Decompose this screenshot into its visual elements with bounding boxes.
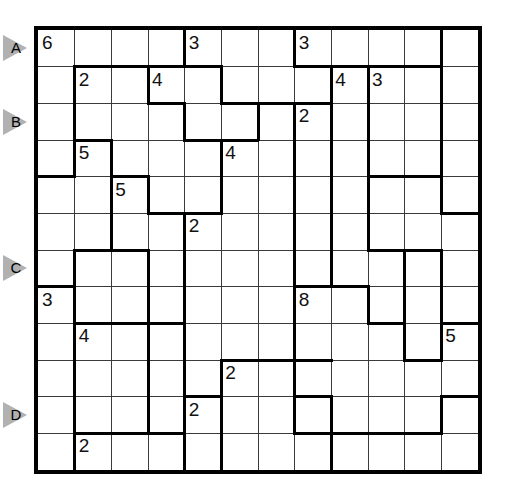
cell-r9c1[interactable]	[38, 323, 75, 360]
cell-r2c12[interactable]	[441, 67, 478, 104]
region-border-vertical	[147, 285, 150, 325]
region-border-vertical	[293, 102, 296, 142]
cell-r5c4[interactable]	[148, 177, 185, 214]
cell-r1c2[interactable]	[75, 30, 112, 67]
cell-r11c12[interactable]	[441, 397, 478, 434]
region-border-vertical	[440, 65, 443, 105]
cell-r1c12[interactable]	[441, 30, 478, 67]
region-border-horizontal	[147, 432, 187, 435]
region-border-vertical	[293, 395, 296, 435]
region-border-vertical	[147, 322, 150, 362]
region-border-horizontal	[367, 175, 407, 178]
cell-r4c7[interactable]	[258, 140, 295, 177]
cell-r6c2[interactable]	[75, 213, 112, 250]
cell-r5c1[interactable]	[38, 177, 75, 214]
cell-r8c6[interactable]	[221, 287, 258, 324]
region-border-vertical	[293, 285, 296, 325]
region-border-vertical	[220, 359, 223, 399]
cell-r3c7[interactable]	[258, 103, 295, 140]
cell-r10c10[interactable]	[368, 360, 405, 397]
cell-r8c4[interactable]	[148, 287, 185, 324]
cell-r2c3[interactable]	[111, 67, 148, 104]
region-border-horizontal	[110, 249, 150, 252]
cell-r4c9[interactable]	[331, 140, 368, 177]
cell-r11c10[interactable]	[368, 397, 405, 434]
cell-r8c12[interactable]	[441, 287, 478, 324]
cell-r9c11[interactable]	[405, 323, 442, 360]
cell-r2c1[interactable]	[38, 67, 75, 104]
cell-r6c9[interactable]	[331, 213, 368, 250]
cell-r12c1[interactable]	[38, 433, 75, 470]
cell-r2c5[interactable]	[185, 67, 222, 104]
cell-r11c1[interactable]	[38, 397, 75, 434]
region-border-vertical	[330, 175, 333, 215]
region-border-vertical	[403, 322, 406, 362]
region-border-vertical	[367, 285, 370, 325]
region-border-vertical	[330, 102, 333, 142]
region-border-vertical	[440, 139, 443, 179]
region-border-horizontal	[183, 139, 223, 142]
cell-r3c11[interactable]	[405, 103, 442, 140]
cell-r3c6[interactable]	[221, 103, 258, 140]
cell-r1c11[interactable]	[405, 30, 442, 67]
cell-r10c9[interactable]	[331, 360, 368, 397]
cell-r1c10[interactable]	[368, 30, 405, 67]
cell-r5c10[interactable]	[368, 177, 405, 214]
region-border-vertical	[220, 139, 223, 179]
clue-digit-r1c5: 3	[189, 32, 200, 53]
region-border-vertical	[403, 249, 406, 289]
grid-line-horizontal	[38, 396, 478, 397]
region-border-horizontal	[403, 359, 443, 362]
row-marker-label: D	[8, 402, 24, 428]
region-border-horizontal	[110, 432, 150, 435]
cell-r6c10[interactable]	[368, 213, 405, 250]
clue-digit-r2c2: 2	[79, 69, 90, 90]
region-border-horizontal	[183, 65, 223, 68]
region-border-vertical	[110, 139, 113, 179]
row-marker-A: A	[3, 35, 33, 61]
clue-digit-r2c4: 4	[152, 69, 163, 90]
cell-r10c7[interactable]	[258, 360, 295, 397]
clue-digit-r12c2: 2	[79, 435, 90, 456]
region-border-horizontal	[257, 359, 297, 362]
cell-r1c7[interactable]	[258, 30, 295, 67]
cell-r5c11[interactable]	[405, 177, 442, 214]
cell-r11c4[interactable]	[148, 397, 185, 434]
region-border-vertical	[73, 65, 76, 105]
region-border-vertical	[440, 29, 443, 69]
cell-r6c4[interactable]	[148, 213, 185, 250]
region-border-horizontal	[147, 102, 187, 105]
region-border-vertical	[183, 249, 186, 289]
clue-digit-r5c3: 5	[115, 179, 126, 200]
cell-r4c3[interactable]	[111, 140, 148, 177]
region-border-vertical	[293, 29, 296, 69]
region-border-vertical	[73, 432, 76, 472]
region-border-vertical	[183, 212, 186, 252]
cell-r4c10[interactable]	[368, 140, 405, 177]
region-border-horizontal	[403, 65, 443, 68]
cell-r1c6[interactable]	[221, 30, 258, 67]
region-border-vertical	[183, 102, 186, 142]
cell-r7c6[interactable]	[221, 250, 258, 287]
region-border-horizontal	[110, 65, 150, 68]
cell-r9c8[interactable]	[295, 323, 332, 360]
cell-r3c10[interactable]	[368, 103, 405, 140]
region-border-vertical	[147, 249, 150, 289]
region-border-horizontal	[367, 249, 407, 252]
clue-digit-r4c2: 5	[79, 142, 90, 163]
cell-r6c6[interactable]	[221, 213, 258, 250]
cell-r3c3[interactable]	[111, 103, 148, 140]
cell-r7c12[interactable]	[441, 250, 478, 287]
cell-r8c10[interactable]	[368, 287, 405, 324]
cell-r11c9[interactable]	[331, 397, 368, 434]
cell-r10c8[interactable]	[295, 360, 332, 397]
cell-r12c11[interactable]	[405, 433, 442, 470]
region-border-vertical	[330, 249, 333, 289]
clue-digit-r3c8: 2	[299, 105, 310, 126]
region-border-horizontal	[73, 249, 113, 252]
cell-r12c10[interactable]	[368, 433, 405, 470]
region-border-horizontal	[403, 175, 443, 178]
cell-r10c4[interactable]	[148, 360, 185, 397]
cell-r9c9[interactable]	[331, 323, 368, 360]
region-border-vertical	[73, 395, 76, 435]
cell-r9c6[interactable]	[221, 323, 258, 360]
cell-r6c7[interactable]	[258, 213, 295, 250]
cell-r9c5[interactable]	[185, 323, 222, 360]
cell-r5c8[interactable]	[295, 177, 332, 214]
region-border-vertical	[147, 395, 150, 435]
region-border-vertical	[73, 249, 76, 289]
cell-r12c7[interactable]	[258, 433, 295, 470]
cell-r11c8[interactable]	[295, 397, 332, 434]
cell-r9c4[interactable]	[148, 323, 185, 360]
region-border-horizontal	[367, 322, 407, 325]
clue-digit-r10c6: 2	[225, 362, 236, 383]
cell-r5c7[interactable]	[258, 177, 295, 214]
region-border-vertical	[440, 102, 443, 142]
cell-r8c3[interactable]	[111, 287, 148, 324]
region-border-vertical	[293, 212, 296, 252]
region-border-vertical	[330, 432, 333, 472]
region-border-vertical	[440, 322, 443, 362]
clue-digit-r8c8: 8	[299, 289, 310, 310]
region-border-horizontal	[330, 432, 370, 435]
region-border-vertical	[293, 249, 296, 289]
region-border-horizontal	[147, 212, 187, 215]
region-border-vertical	[220, 65, 223, 105]
clue-digit-r2c10: 3	[372, 69, 383, 90]
clue-digit-r9c2: 4	[79, 325, 90, 346]
cell-r7c10[interactable]	[368, 250, 405, 287]
cell-r12c3[interactable]	[111, 433, 148, 470]
grid-line-horizontal	[38, 286, 478, 287]
cell-r8c2[interactable]	[75, 287, 112, 324]
cell-r6c8[interactable]	[295, 213, 332, 250]
region-border-vertical	[183, 359, 186, 399]
cell-r7c11[interactable]	[405, 250, 442, 287]
region-border-vertical	[330, 139, 333, 179]
cell-r4c12[interactable]	[441, 140, 478, 177]
cell-r7c7[interactable]	[258, 250, 295, 287]
cell-r5c5[interactable]	[185, 177, 222, 214]
region-border-vertical	[330, 65, 333, 105]
region-border-vertical	[147, 65, 150, 105]
cell-r7c3[interactable]	[111, 250, 148, 287]
region-border-horizontal	[403, 432, 443, 435]
region-border-vertical	[183, 29, 186, 69]
cell-r3c5[interactable]	[185, 103, 222, 140]
clue-digit-r8c1: 3	[42, 289, 53, 310]
region-border-vertical	[440, 249, 443, 289]
cell-r4c11[interactable]	[405, 140, 442, 177]
clue-digit-r4c6: 4	[225, 142, 236, 163]
cell-r5c6[interactable]	[221, 177, 258, 214]
cell-r8c7[interactable]	[258, 287, 295, 324]
region-border-vertical	[330, 212, 333, 252]
cell-r5c12[interactable]	[441, 177, 478, 214]
cell-r11c6[interactable]	[221, 397, 258, 434]
region-border-vertical	[330, 395, 333, 435]
region-border-vertical	[73, 322, 76, 362]
cell-r12c5[interactable]	[185, 433, 222, 470]
cell-r9c7[interactable]	[258, 323, 295, 360]
cell-r11c2[interactable]	[75, 397, 112, 434]
cell-r2c11[interactable]	[405, 67, 442, 104]
region-border-horizontal	[293, 65, 333, 68]
cell-r5c2[interactable]	[75, 177, 112, 214]
row-marker-label: B	[8, 109, 24, 135]
region-border-vertical	[367, 212, 370, 252]
region-border-horizontal	[110, 322, 150, 325]
region-border-vertical	[293, 359, 296, 399]
puzzle-screenshot: 6332443254523845222 ABCD	[0, 0, 505, 504]
region-border-vertical	[73, 102, 76, 142]
cell-r12c6[interactable]	[221, 433, 258, 470]
cell-r3c4[interactable]	[148, 103, 185, 140]
cell-r3c1[interactable]	[38, 103, 75, 140]
cell-r7c2[interactable]	[75, 250, 112, 287]
cell-r1c3[interactable]	[111, 30, 148, 67]
region-border-vertical	[367, 65, 370, 105]
cell-r8c11[interactable]	[405, 287, 442, 324]
cell-r7c5[interactable]	[185, 250, 222, 287]
cell-r2c7[interactable]	[258, 67, 295, 104]
region-border-horizontal	[440, 212, 480, 215]
cell-r10c2[interactable]	[75, 360, 112, 397]
region-border-vertical	[147, 175, 150, 215]
cell-r10c3[interactable]	[111, 360, 148, 397]
cell-r4c4[interactable]	[148, 140, 185, 177]
cell-r10c11[interactable]	[405, 360, 442, 397]
cell-r10c1[interactable]	[38, 360, 75, 397]
cell-r8c9[interactable]	[331, 287, 368, 324]
cell-r3c9[interactable]	[331, 103, 368, 140]
cell-r5c9[interactable]	[331, 177, 368, 214]
clue-digit-r2c9: 4	[335, 69, 346, 90]
cell-r12c9[interactable]	[331, 433, 368, 470]
region-border-vertical	[73, 359, 76, 399]
region-border-vertical	[257, 102, 260, 142]
region-border-horizontal	[293, 359, 333, 362]
cell-r7c8[interactable]	[295, 250, 332, 287]
region-border-vertical	[403, 285, 406, 325]
region-border-vertical	[293, 322, 296, 362]
region-border-vertical	[367, 139, 370, 179]
clue-digit-r1c8: 3	[299, 32, 310, 53]
cell-r6c1[interactable]	[38, 213, 75, 250]
cell-r10c12[interactable]	[441, 360, 478, 397]
region-border-horizontal	[440, 395, 480, 398]
cell-r3c2[interactable]	[75, 103, 112, 140]
row-marker-label: A	[8, 35, 24, 61]
clue-digit-r9c12: 5	[445, 325, 456, 346]
region-border-vertical	[293, 139, 296, 179]
cell-r7c4[interactable]	[148, 250, 185, 287]
region-border-vertical	[110, 212, 113, 252]
clue-digit-r6c5: 2	[189, 215, 200, 236]
cell-r11c11[interactable]	[405, 397, 442, 434]
region-border-vertical	[220, 432, 223, 472]
region-border-vertical	[440, 285, 443, 325]
cell-r12c12[interactable]	[441, 433, 478, 470]
row-marker-D: D	[3, 402, 33, 428]
cell-r3c12[interactable]	[441, 103, 478, 140]
cell-r1c9[interactable]	[331, 30, 368, 67]
cell-r7c9[interactable]	[331, 250, 368, 287]
region-border-horizontal	[147, 322, 187, 325]
row-marker-B: B	[3, 109, 33, 135]
region-border-vertical	[293, 175, 296, 215]
cell-r1c4[interactable]	[148, 30, 185, 67]
cell-r9c3[interactable]	[111, 323, 148, 360]
cell-r10c5[interactable]	[185, 360, 222, 397]
region-border-vertical	[73, 139, 76, 179]
region-border-vertical	[220, 175, 223, 215]
region-border-horizontal	[367, 432, 407, 435]
region-border-horizontal	[330, 285, 370, 288]
cell-r6c12[interactable]	[441, 213, 478, 250]
region-border-vertical	[440, 175, 443, 215]
row-marker-C: C	[3, 255, 33, 281]
region-border-vertical	[183, 432, 186, 472]
region-border-vertical	[367, 102, 370, 142]
region-border-vertical	[367, 175, 370, 215]
region-border-horizontal	[403, 249, 443, 252]
cell-r12c8[interactable]	[295, 433, 332, 470]
cell-r11c3[interactable]	[111, 397, 148, 434]
cell-r11c7[interactable]	[258, 397, 295, 434]
cell-r4c8[interactable]	[295, 140, 332, 177]
cell-r4c5[interactable]	[185, 140, 222, 177]
puzzle-grid: 6332443254523845222	[34, 26, 482, 474]
region-border-vertical	[73, 285, 76, 325]
cell-r8c5[interactable]	[185, 287, 222, 324]
row-marker-label: C	[8, 255, 24, 281]
region-border-horizontal	[257, 102, 297, 105]
cell-r4c1[interactable]	[38, 140, 75, 177]
region-border-vertical	[220, 395, 223, 435]
region-border-vertical	[183, 285, 186, 325]
cell-r6c3[interactable]	[111, 213, 148, 250]
region-border-vertical	[183, 395, 186, 435]
clue-digit-r11c5: 2	[189, 399, 200, 420]
clue-digit-r1c1: 6	[42, 32, 53, 53]
region-border-horizontal	[220, 102, 260, 105]
cell-r2c6[interactable]	[221, 67, 258, 104]
region-border-horizontal	[37, 175, 77, 178]
region-border-horizontal	[293, 432, 333, 435]
region-border-horizontal	[293, 395, 333, 398]
region-border-vertical	[440, 395, 443, 435]
cell-r7c1[interactable]	[38, 250, 75, 287]
cell-r6c11[interactable]	[405, 213, 442, 250]
region-border-vertical	[110, 175, 113, 215]
cell-r12c4[interactable]	[148, 433, 185, 470]
cell-r2c8[interactable]	[295, 67, 332, 104]
region-border-vertical	[183, 322, 186, 362]
cell-r9c10[interactable]	[368, 323, 405, 360]
region-border-vertical	[147, 359, 150, 399]
